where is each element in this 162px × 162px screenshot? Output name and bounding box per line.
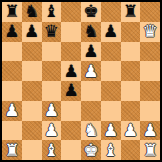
square-e6[interactable]: ♟ (81, 42, 101, 62)
square-e4[interactable] (81, 81, 101, 101)
chess-board: ♜♞♝♚♜♟♟♛♞♟♛♟♟♟♟♟♟♟♞♟♟♟♜♝♚♝♜ (2, 2, 160, 160)
square-b6[interactable] (22, 42, 42, 62)
square-d2[interactable] (61, 121, 81, 141)
square-h4[interactable] (140, 81, 160, 101)
square-c6[interactable] (42, 42, 62, 62)
square-g1[interactable] (121, 140, 141, 160)
square-c7[interactable]: ♛ (42, 22, 62, 42)
piece-black-pawn: ♟ (64, 81, 79, 100)
piece-white-pawn: ♟ (4, 101, 19, 120)
square-d7[interactable] (61, 22, 81, 42)
square-c2[interactable]: ♟ (42, 121, 62, 141)
square-h8[interactable] (140, 2, 160, 22)
piece-white-bishop: ♝ (103, 141, 118, 160)
square-d8[interactable] (61, 2, 81, 22)
square-a7[interactable]: ♟ (2, 22, 22, 42)
piece-black-bishop: ♝ (44, 2, 59, 21)
square-g7[interactable] (121, 22, 141, 42)
board-frame: ♜♞♝♚♜♟♟♛♞♟♛♟♟♟♟♟♟♟♞♟♟♟♜♝♚♝♜ (0, 0, 162, 162)
square-d1[interactable] (61, 140, 81, 160)
square-f5[interactable] (101, 61, 121, 81)
piece-white-bishop: ♝ (44, 141, 59, 160)
square-d4[interactable]: ♟ (61, 81, 81, 101)
square-g6[interactable] (121, 42, 141, 62)
piece-black-pawn: ♟ (4, 22, 19, 41)
piece-white-pawn: ♟ (44, 101, 59, 120)
square-e8[interactable]: ♚ (81, 2, 101, 22)
square-b5[interactable] (22, 61, 42, 81)
square-e3[interactable] (81, 101, 101, 121)
square-b2[interactable] (22, 121, 42, 141)
piece-black-pawn: ♟ (24, 22, 39, 41)
piece-white-knight: ♞ (83, 121, 98, 140)
square-a2[interactable] (2, 121, 22, 141)
piece-black-rook: ♜ (4, 2, 19, 21)
square-f4[interactable] (101, 81, 121, 101)
square-b4[interactable] (22, 81, 42, 101)
piece-white-pawn: ♟ (103, 121, 118, 140)
square-h7[interactable]: ♛ (140, 22, 160, 42)
square-e7[interactable]: ♞ (81, 22, 101, 42)
square-a4[interactable] (2, 81, 22, 101)
piece-black-pawn: ♟ (64, 62, 79, 81)
square-g5[interactable] (121, 61, 141, 81)
piece-black-pawn: ♟ (103, 22, 118, 41)
square-c4[interactable] (42, 81, 62, 101)
piece-black-king: ♚ (83, 2, 98, 21)
square-h3[interactable] (140, 101, 160, 121)
square-e5[interactable]: ♟ (81, 61, 101, 81)
piece-white-rook: ♜ (4, 141, 19, 160)
piece-white-pawn: ♟ (143, 121, 158, 140)
square-h2[interactable]: ♟ (140, 121, 160, 141)
piece-black-pawn: ♟ (83, 42, 98, 61)
square-b8[interactable]: ♞ (22, 2, 42, 22)
square-a3[interactable]: ♟ (2, 101, 22, 121)
square-h6[interactable] (140, 42, 160, 62)
square-b3[interactable] (22, 101, 42, 121)
square-d3[interactable] (61, 101, 81, 121)
square-a6[interactable] (2, 42, 22, 62)
square-g8[interactable]: ♜ (121, 2, 141, 22)
piece-white-king: ♚ (83, 141, 98, 160)
square-e2[interactable]: ♞ (81, 121, 101, 141)
square-c5[interactable] (42, 61, 62, 81)
square-d5[interactable]: ♟ (61, 61, 81, 81)
square-a1[interactable]: ♜ (2, 140, 22, 160)
piece-white-pawn: ♟ (83, 62, 98, 81)
square-f8[interactable] (101, 2, 121, 22)
square-h1[interactable]: ♜ (140, 140, 160, 160)
square-c8[interactable]: ♝ (42, 2, 62, 22)
square-c3[interactable]: ♟ (42, 101, 62, 121)
square-b1[interactable] (22, 140, 42, 160)
square-f6[interactable] (101, 42, 121, 62)
piece-black-knight: ♞ (24, 2, 39, 21)
square-g3[interactable] (121, 101, 141, 121)
square-a8[interactable]: ♜ (2, 2, 22, 22)
square-f2[interactable]: ♟ (101, 121, 121, 141)
square-b7[interactable]: ♟ (22, 22, 42, 42)
square-e1[interactable]: ♚ (81, 140, 101, 160)
piece-white-pawn: ♟ (123, 121, 138, 140)
piece-white-pawn: ♟ (44, 121, 59, 140)
square-d6[interactable] (61, 42, 81, 62)
square-c1[interactable]: ♝ (42, 140, 62, 160)
square-a5[interactable] (2, 61, 22, 81)
square-f1[interactable]: ♝ (101, 140, 121, 160)
square-f7[interactable]: ♟ (101, 22, 121, 42)
piece-white-queen: ♛ (143, 22, 158, 41)
piece-white-rook: ♜ (143, 141, 158, 160)
square-h5[interactable] (140, 61, 160, 81)
piece-black-knight: ♞ (83, 22, 98, 41)
square-g4[interactable] (121, 81, 141, 101)
square-f3[interactable] (101, 101, 121, 121)
piece-black-rook: ♜ (123, 2, 138, 21)
square-g2[interactable]: ♟ (121, 121, 141, 141)
piece-black-queen: ♛ (44, 22, 59, 41)
